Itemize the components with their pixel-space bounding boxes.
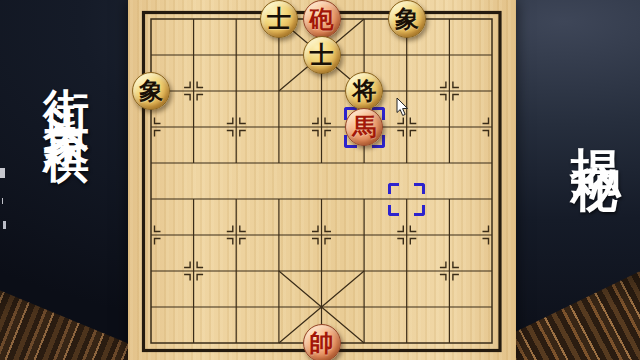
red-horse[interactable]: 馬 — [345, 108, 383, 146]
red-cannon[interactable]: 砲 — [303, 0, 341, 38]
black-advisor[interactable]: 士 — [303, 36, 341, 74]
red-general[interactable]: 帥 — [303, 324, 341, 360]
black-elephant[interactable]: 象 — [388, 0, 426, 38]
board-grid[interactable]: 士砲象士象将馬帥 — [130, 1, 514, 360]
black-elephant[interactable]: 象 — [132, 72, 170, 110]
xiangqi-board[interactable]: 士砲象士象将馬帥 — [128, 0, 516, 360]
left-title: 街头象棋 — [36, 52, 98, 116]
black-general[interactable]: 将 — [345, 72, 383, 110]
video-frame: 街头象棋 揭秘 士砲象士象将馬帥 — [0, 0, 640, 360]
wood-floor-right — [512, 240, 640, 360]
right-title: 揭秘 — [563, 108, 630, 142]
black-advisor[interactable]: 士 — [260, 0, 298, 38]
mouse-cursor — [396, 98, 410, 118]
wood-floor-left — [0, 248, 130, 360]
left-edge-text-fragments — [0, 168, 5, 178]
destination-marker[interactable] — [388, 183, 425, 216]
